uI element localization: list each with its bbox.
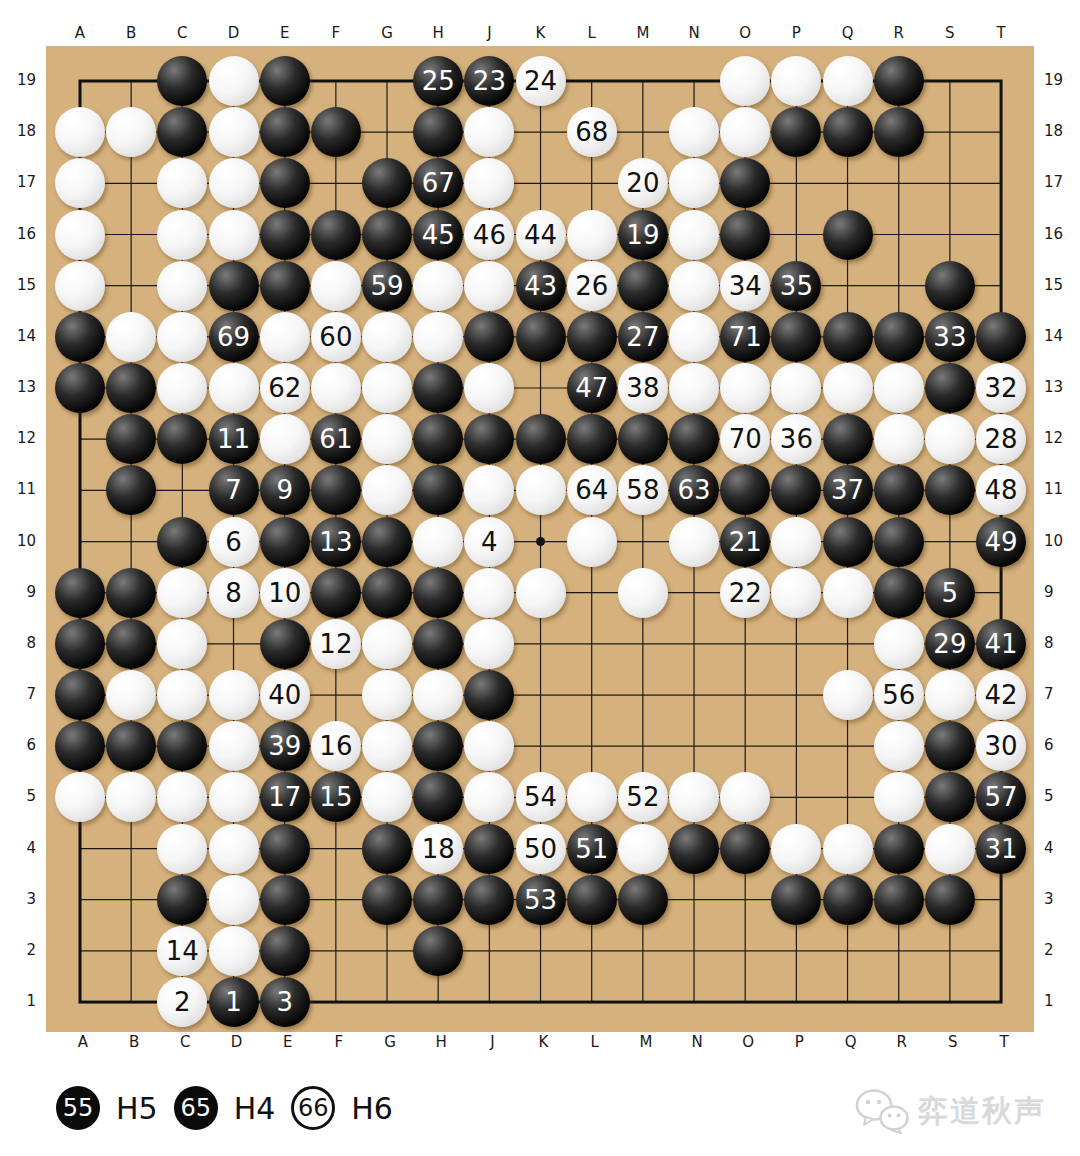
stone-G7: [362, 670, 412, 720]
stone-K15: 43: [516, 261, 566, 311]
stone-O9: 22: [720, 568, 770, 618]
coord-label-12-right: 12: [1044, 429, 1080, 447]
stone-M3: [618, 875, 668, 925]
stone-C13: [157, 363, 207, 413]
stone-Q19: [823, 56, 873, 106]
stone-K11: [516, 465, 566, 515]
stone-J15: [464, 261, 514, 311]
coord-label-R-bottom: R: [884, 1033, 920, 1051]
caption-stone-66: 66: [291, 1086, 335, 1130]
stone-J6: [464, 721, 514, 771]
stone-T14: [976, 312, 1026, 362]
stone-P19: [771, 56, 821, 106]
stone-H16: 45: [413, 210, 463, 260]
caption-coord-H5: H5: [116, 1091, 158, 1126]
stone-K14: [516, 312, 566, 362]
move-number: 42: [985, 682, 1018, 708]
coord-label-5-left: 5: [0, 787, 36, 805]
move-number: 40: [268, 682, 301, 708]
stone-L3: [567, 875, 617, 925]
stone-A16: [55, 210, 105, 260]
coord-label-C-bottom: C: [167, 1033, 203, 1051]
stone-G16: [362, 210, 412, 260]
move-number: 48: [985, 477, 1018, 503]
coord-label-H: H: [423, 24, 453, 42]
stone-F18: [311, 107, 361, 157]
stone-K5: 54: [516, 772, 566, 822]
coord-label-C: C: [167, 24, 197, 42]
stones-layer: 2523246867204546441959432634356960277133…: [46, 46, 1034, 1032]
stone-H2: [413, 926, 463, 976]
stone-M16: 19: [618, 210, 668, 260]
stone-T11: 48: [976, 465, 1026, 515]
move-number: 60: [319, 324, 352, 350]
stone-O16: [720, 210, 770, 260]
stone-D11: 7: [209, 465, 259, 515]
stone-F13: [311, 363, 361, 413]
stone-E2: [260, 926, 310, 976]
stone-B7: [106, 670, 156, 720]
coord-label-14-right: 14: [1044, 327, 1080, 345]
coord-label-G-bottom: G: [372, 1033, 408, 1051]
coord-label-A-bottom: A: [65, 1033, 101, 1051]
coord-label-D-bottom: D: [219, 1033, 255, 1051]
coord-label-D: D: [219, 24, 249, 42]
stone-C1: 2: [157, 977, 207, 1027]
stone-F6: 16: [311, 721, 361, 771]
coord-label-G: G: [372, 24, 402, 42]
caption-stone-65: 65: [174, 1086, 218, 1130]
move-number: 37: [831, 477, 864, 503]
stone-Q14: [823, 312, 873, 362]
coord-label-9-left: 9: [0, 583, 36, 601]
stone-G5: [362, 772, 412, 822]
stone-O10: 21: [720, 517, 770, 567]
stone-K9: [516, 568, 566, 618]
stone-D17: [209, 158, 259, 208]
stone-O17: [720, 158, 770, 208]
coord-label-2-right: 2: [1044, 941, 1080, 959]
stone-B5: [106, 772, 156, 822]
stone-L14: [567, 312, 617, 362]
stone-P14: [771, 312, 821, 362]
stone-L4: 51: [567, 824, 617, 874]
move-number: 41: [985, 631, 1018, 657]
stone-S14: 33: [925, 312, 975, 362]
stone-C4: [157, 824, 207, 874]
move-number: 7: [225, 477, 242, 503]
stone-R7: 56: [874, 670, 924, 720]
stone-E14: [260, 312, 310, 362]
stone-Q3: [823, 875, 873, 925]
stone-S12: [925, 414, 975, 464]
stone-G6: [362, 721, 412, 771]
stone-E11: 9: [260, 465, 310, 515]
move-number: 4: [481, 529, 498, 555]
stone-K12: [516, 414, 566, 464]
stone-F16: [311, 210, 361, 260]
coord-label-M-bottom: M: [628, 1033, 664, 1051]
stone-J4: [464, 824, 514, 874]
stone-O11: [720, 465, 770, 515]
coord-label-T: T: [986, 24, 1016, 42]
stone-J16: 46: [464, 210, 514, 260]
stone-G17: [362, 158, 412, 208]
stone-S11: [925, 465, 975, 515]
coord-label-1-left: 1: [0, 992, 36, 1010]
coord-label-17-right: 17: [1044, 173, 1080, 191]
stone-B9: [106, 568, 156, 618]
stone-B13: [106, 363, 156, 413]
stone-Q9: [823, 568, 873, 618]
coord-label-13-left: 13: [0, 378, 36, 396]
stone-R14: [874, 312, 924, 362]
stone-B12: [106, 414, 156, 464]
move-number: 25: [422, 68, 455, 94]
stone-E12: [260, 414, 310, 464]
move-number: 30: [985, 733, 1018, 759]
stone-N11: 63: [669, 465, 719, 515]
stone-R19: [874, 56, 924, 106]
stone-F9: [311, 568, 361, 618]
stone-L13: 47: [567, 363, 617, 413]
stone-R8: [874, 619, 924, 669]
stone-M12: [618, 414, 668, 464]
stone-L16: [567, 210, 617, 260]
coord-label-11-left: 11: [0, 480, 36, 498]
move-number: 32: [985, 375, 1018, 401]
stone-J3: [464, 875, 514, 925]
stone-B11: [106, 465, 156, 515]
stone-F8: 12: [311, 619, 361, 669]
move-number: 64: [575, 477, 608, 503]
move-number: 34: [729, 273, 762, 299]
coord-label-H-bottom: H: [423, 1033, 459, 1051]
stone-G3: [362, 875, 412, 925]
stone-H6: [413, 721, 463, 771]
stone-J10: 4: [464, 517, 514, 567]
stone-M9: [618, 568, 668, 618]
stone-G4: [362, 824, 412, 874]
stone-L5: [567, 772, 617, 822]
stone-T10: 49: [976, 517, 1026, 567]
move-number: 16: [319, 733, 352, 759]
stone-M17: 20: [618, 158, 668, 208]
kifu-page: 2523246867204546441959432634356960277133…: [0, 0, 1080, 1156]
caption-coord-H4: H4: [234, 1091, 276, 1126]
move-number: 46: [473, 222, 506, 248]
coord-label-F-bottom: F: [321, 1033, 357, 1051]
coord-label-S-bottom: S: [935, 1033, 971, 1051]
stone-D12: 11: [209, 414, 259, 464]
move-number: 10: [268, 580, 301, 606]
move-number: 63: [677, 477, 710, 503]
stone-E17: [260, 158, 310, 208]
move-number: 59: [370, 273, 403, 299]
stone-E15: [260, 261, 310, 311]
stone-D9: 8: [209, 568, 259, 618]
coord-label-10-left: 10: [0, 532, 36, 550]
stone-K16: 44: [516, 210, 566, 260]
stone-L11: 64: [567, 465, 617, 515]
move-number: 53: [524, 887, 557, 913]
move-number: 2: [174, 989, 191, 1015]
stone-L12: [567, 414, 617, 464]
stone-E18: [260, 107, 310, 157]
stone-R10: [874, 517, 924, 567]
stone-E16: [260, 210, 310, 260]
move-number: 67: [422, 170, 455, 196]
coord-label-10-right: 10: [1044, 532, 1080, 550]
stone-O5: [720, 772, 770, 822]
stone-A5: [55, 772, 105, 822]
stone-S3: [925, 875, 975, 925]
coord-label-7-left: 7: [0, 685, 36, 703]
move-number: 68: [575, 119, 608, 145]
move-number: 15: [319, 784, 352, 810]
stone-T5: 57: [976, 772, 1026, 822]
coord-label-Q-bottom: Q: [833, 1033, 869, 1051]
move-number: 51: [575, 836, 608, 862]
stone-Q16: [823, 210, 873, 260]
stone-S6: [925, 721, 975, 771]
stone-G15: 59: [362, 261, 412, 311]
stone-J19: 23: [464, 56, 514, 106]
stone-Q18: [823, 107, 873, 157]
coord-label-N-bottom: N: [679, 1033, 715, 1051]
stone-H5: [413, 772, 463, 822]
stone-T4: 31: [976, 824, 1026, 874]
move-number: 33: [933, 324, 966, 350]
coord-label-9-right: 9: [1044, 583, 1080, 601]
coord-label-3-left: 3: [0, 890, 36, 908]
stone-S13: [925, 363, 975, 413]
stone-H14: [413, 312, 463, 362]
stone-F10: 13: [311, 517, 361, 567]
stone-A14: [55, 312, 105, 362]
move-number: 11: [217, 426, 250, 452]
stone-J12: [464, 414, 514, 464]
stone-J13: [464, 363, 514, 413]
stone-N10: [669, 517, 719, 567]
coord-label-18-left: 18: [0, 122, 36, 140]
stone-E9: 10: [260, 568, 310, 618]
move-number: 50: [524, 836, 557, 862]
move-number: 61: [319, 426, 352, 452]
move-number: 44: [524, 222, 557, 248]
move-number: 24: [524, 68, 557, 94]
stone-M14: 27: [618, 312, 668, 362]
stone-Q12: [823, 414, 873, 464]
stone-D4: [209, 824, 259, 874]
coord-label-P: P: [781, 24, 811, 42]
stone-Q11: 37: [823, 465, 873, 515]
stone-A8: [55, 619, 105, 669]
move-number: 29: [933, 631, 966, 657]
stone-D10: 6: [209, 517, 259, 567]
stone-H19: 25: [413, 56, 463, 106]
stone-D13: [209, 363, 259, 413]
stone-R9: [874, 568, 924, 618]
stone-C19: [157, 56, 207, 106]
coord-label-E: E: [270, 24, 300, 42]
coord-label-S: S: [935, 24, 965, 42]
watermark-text: 弈道秋声: [918, 1091, 1046, 1132]
stone-P4: [771, 824, 821, 874]
stone-C14: [157, 312, 207, 362]
stone-P13: [771, 363, 821, 413]
stone-O14: 71: [720, 312, 770, 362]
stone-C16: [157, 210, 207, 260]
stone-E4: [260, 824, 310, 874]
coord-label-6-right: 6: [1044, 736, 1080, 754]
stone-O18: [720, 107, 770, 157]
stone-O13: [720, 363, 770, 413]
stone-G9: [362, 568, 412, 618]
move-number: 12: [319, 631, 352, 657]
stone-J11: [464, 465, 514, 515]
stone-H3: [413, 875, 463, 925]
stone-T12: 28: [976, 414, 1026, 464]
coord-label-8-right: 8: [1044, 634, 1080, 652]
stone-R6: [874, 721, 924, 771]
stone-P12: 36: [771, 414, 821, 464]
stone-C3: [157, 875, 207, 925]
stone-H15: [413, 261, 463, 311]
stone-F15: [311, 261, 361, 311]
stone-E19: [260, 56, 310, 106]
stone-D19: [209, 56, 259, 106]
coord-label-1-right: 1: [1044, 992, 1080, 1010]
coord-label-8-left: 8: [0, 634, 36, 652]
stone-E13: 62: [260, 363, 310, 413]
coord-label-E-bottom: E: [270, 1033, 306, 1051]
coord-label-M: M: [628, 24, 658, 42]
move-number: 45: [422, 222, 455, 248]
stone-P15: 35: [771, 261, 821, 311]
stone-S9: 5: [925, 568, 975, 618]
coord-label-3-right: 3: [1044, 890, 1080, 908]
stone-P11: [771, 465, 821, 515]
stone-L18: 68: [567, 107, 617, 157]
coord-label-15-right: 15: [1044, 276, 1080, 294]
coord-label-P-bottom: P: [781, 1033, 817, 1051]
stone-H18: [413, 107, 463, 157]
coord-label-7-right: 7: [1044, 685, 1080, 703]
stone-S15: [925, 261, 975, 311]
move-number: 35: [780, 273, 813, 299]
stone-J18: [464, 107, 514, 157]
stone-A17: [55, 158, 105, 208]
stone-B14: [106, 312, 156, 362]
stone-C18: [157, 107, 207, 157]
stone-N18: [669, 107, 719, 157]
stone-C17: [157, 158, 207, 208]
coord-label-11-right: 11: [1044, 480, 1080, 498]
stone-O19: [720, 56, 770, 106]
stone-R13: [874, 363, 924, 413]
coord-label-Q: Q: [833, 24, 863, 42]
stone-R5: [874, 772, 924, 822]
move-number: 62: [268, 375, 301, 401]
move-number: 39: [268, 733, 301, 759]
wechat-icon: [852, 1088, 910, 1134]
stone-J7: [464, 670, 514, 720]
coord-label-13-right: 13: [1044, 378, 1080, 396]
stone-C2: 14: [157, 926, 207, 976]
move-number: 8: [225, 580, 242, 606]
coord-label-15-left: 15: [0, 276, 36, 294]
stone-D2: [209, 926, 259, 976]
coord-label-N: N: [679, 24, 709, 42]
move-number: 31: [985, 836, 1018, 862]
stone-H7: [413, 670, 463, 720]
stone-T13: 32: [976, 363, 1026, 413]
stone-M15: [618, 261, 668, 311]
coord-label-16-left: 16: [0, 225, 36, 243]
coord-label-19-left: 19: [0, 71, 36, 89]
stone-C5: [157, 772, 207, 822]
coord-label-B-bottom: B: [116, 1033, 152, 1051]
stone-N14: [669, 312, 719, 362]
stone-L15: 26: [567, 261, 617, 311]
coord-label-5-right: 5: [1044, 787, 1080, 805]
stone-G14: [362, 312, 412, 362]
go-board: 2523246867204546441959432634356960277133…: [46, 46, 1034, 1032]
stone-G11: [362, 465, 412, 515]
stone-C8: [157, 619, 207, 669]
move-number: 49: [985, 529, 1018, 555]
move-number: 57: [985, 784, 1018, 810]
stone-D5: [209, 772, 259, 822]
stone-D7: [209, 670, 259, 720]
stone-D3: [209, 875, 259, 925]
stone-F12: 61: [311, 414, 361, 464]
stone-S8: 29: [925, 619, 975, 669]
stone-T7: 42: [976, 670, 1026, 720]
stone-H17: 67: [413, 158, 463, 208]
coord-label-T-bottom: T: [986, 1033, 1022, 1051]
stone-H13: [413, 363, 463, 413]
move-number: 47: [575, 375, 608, 401]
stone-O12: 70: [720, 414, 770, 464]
stone-D14: 69: [209, 312, 259, 362]
stone-R18: [874, 107, 924, 157]
stone-B18: [106, 107, 156, 157]
stone-D6: [209, 721, 259, 771]
stone-C10: [157, 517, 207, 567]
caption-coord-H6: H6: [351, 1091, 393, 1126]
stone-T8: 41: [976, 619, 1026, 669]
coord-label-4-right: 4: [1044, 839, 1080, 857]
move-number: 56: [882, 682, 915, 708]
stone-A6: [55, 721, 105, 771]
stone-D18: [209, 107, 259, 157]
coord-label-A: A: [65, 24, 95, 42]
stone-G10: [362, 517, 412, 567]
coord-label-B: B: [116, 24, 146, 42]
stone-Q4: [823, 824, 873, 874]
move-number: 23: [473, 68, 506, 94]
stone-C15: [157, 261, 207, 311]
stone-H10: [413, 517, 463, 567]
stone-D1: 1: [209, 977, 259, 1027]
stone-S4: [925, 824, 975, 874]
stone-L10: [567, 517, 617, 567]
coord-label-16-right: 16: [1044, 225, 1080, 243]
caption: 55H565H466H6: [56, 1084, 393, 1132]
coord-label-J-bottom: J: [474, 1033, 510, 1051]
